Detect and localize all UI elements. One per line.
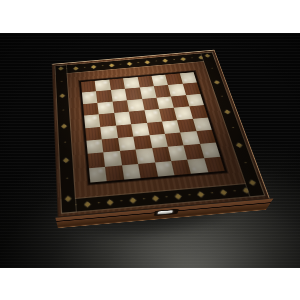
board-square [155, 161, 175, 177]
board-square [192, 117, 211, 131]
board-square [184, 144, 204, 159]
board-square [133, 135, 151, 150]
board-square [122, 164, 141, 180]
board-square [177, 118, 196, 132]
product-photo: { "game": "chess", "position": "8/8/8/8/… [0, 0, 300, 300]
board-square [168, 146, 188, 161]
board-square [101, 125, 118, 139]
board-square [89, 166, 107, 182]
chess-box: ◆ · ◆ · ◆ · ◆ · ◆ · ◆ · ◆ · ◆ · ◆ · ◆ · … [46, 22, 246, 222]
board-square [138, 162, 157, 178]
board-square [86, 139, 103, 154]
board-square [131, 123, 149, 137]
board-square [180, 131, 199, 146]
board-square [118, 136, 136, 151]
board-square [136, 148, 155, 163]
ornament-band-left: ◆ · ◆ · ◆ · ◆ · ◆ · ◆ · ◆ · ◆ · ◆ · ◆ · [55, 65, 75, 212]
chess-board [79, 71, 227, 185]
board-square [88, 153, 106, 168]
board-square [104, 151, 122, 166]
board-square [187, 158, 208, 174]
board-square [85, 127, 102, 141]
board-square [204, 156, 225, 172]
board-square [102, 138, 120, 153]
board-square [200, 143, 220, 158]
board-square [171, 159, 191, 175]
perspective-wrapper: ◆ · ◆ · ◆ · ◆ · ◆ · ◆ · ◆ · ◆ · ◆ · ◆ · … [46, 22, 246, 222]
board-square [120, 150, 138, 165]
board-square [165, 132, 184, 147]
board-square [147, 121, 165, 135]
board-square [196, 130, 216, 144]
board-square [152, 147, 171, 162]
board-square [149, 134, 168, 149]
board-square [162, 120, 181, 134]
board-square [105, 165, 124, 181]
board-square [116, 124, 134, 138]
